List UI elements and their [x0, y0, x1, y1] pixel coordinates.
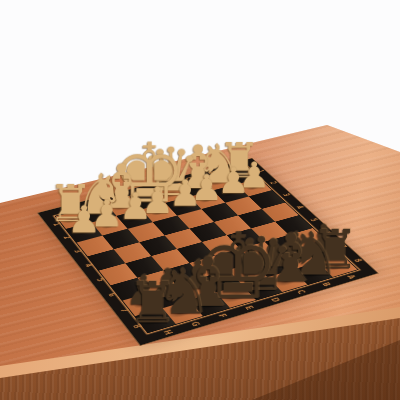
chess-board: ♜♞♝♚♛♝♞♜♟♟♟♟♟♟♟♟♟♟♟♟♟♟♟♟♜♞♝♚♛♝♞♜ HGFEDCB… — [37, 158, 379, 346]
coord-rank-left-3: 3 — [72, 249, 82, 254]
coord-rank-left-5: 5 — [94, 277, 104, 282]
coord-rank-left-2: 2 — [61, 235, 71, 240]
coord-file-near-H: H — [161, 329, 172, 335]
coord-file-near-A: A — [345, 274, 356, 279]
piece-glyph: ♟ — [119, 188, 152, 225]
board-3d-scene: ♜♞♝♚♛♝♞♜♟♟♟♟♟♟♟♟♟♟♟♟♟♟♟♟♜♞♝♚♛♝♞♜ HGFEDCB… — [0, 0, 400, 400]
piece-glyph: ♜ — [127, 274, 178, 331]
coord-file-near-B: B — [320, 282, 331, 287]
coord-file-near-D: D — [269, 297, 280, 303]
piece-glyph: ♟ — [67, 201, 101, 239]
coord-rank-left-4: 4 — [83, 263, 93, 268]
photo-scene: ♜♞♝♚♛♝♞♜♟♟♟♟♟♟♟♟♟♟♟♟♟♟♟♟♜♞♝♚♛♝♞♜ HGFEDCB… — [0, 0, 400, 400]
coord-rank-right-3: 3 — [281, 193, 290, 197]
coord-rank-right-4: 4 — [294, 205, 303, 209]
coord-file-near-G: G — [189, 321, 200, 327]
coord-rank-left-1: 1 — [51, 222, 60, 226]
coord-rank-left-8: 8 — [131, 324, 142, 330]
square-h2[interactable]: ♟ — [66, 222, 102, 242]
board-grid: ♜♞♝♚♛♝♞♜♟♟♟♟♟♟♟♟♟♟♟♟♟♟♟♟♜♞♝♚♛♝♞♜ — [56, 167, 358, 332]
coord-file-near-C: C — [295, 290, 305, 295]
coord-rank-left-6: 6 — [106, 292, 116, 297]
coord-file-near-F: F — [216, 313, 226, 318]
coord-file-near-E: E — [243, 305, 253, 310]
